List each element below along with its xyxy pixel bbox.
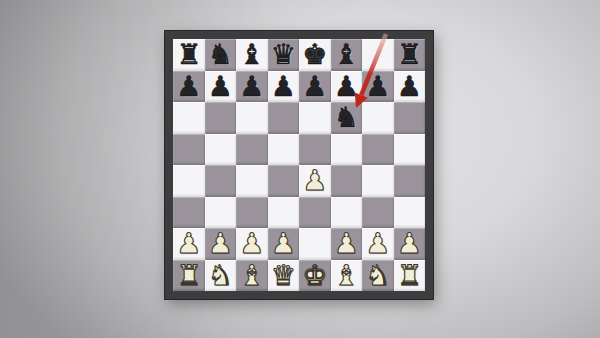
square-h6[interactable] [394, 102, 426, 134]
square-f5[interactable] [331, 134, 363, 166]
square-d3[interactable] [268, 197, 300, 229]
square-d8[interactable]: ♛ [268, 39, 300, 71]
square-f8[interactable]: ♝ [331, 39, 363, 71]
square-b7[interactable]: ♟ [205, 71, 237, 103]
square-c3[interactable] [236, 197, 268, 229]
square-b1[interactable]: ♞ [205, 260, 237, 292]
piece-white-pawn[interactable]: ♟ [394, 228, 426, 260]
square-b3[interactable] [205, 197, 237, 229]
square-d6[interactable] [268, 102, 300, 134]
piece-white-rook[interactable]: ♜ [173, 260, 205, 292]
piece-black-pawn[interactable]: ♟ [299, 71, 331, 103]
piece-black-knight[interactable]: ♞ [205, 39, 237, 71]
square-c5[interactable] [236, 134, 268, 166]
square-g8[interactable] [362, 39, 394, 71]
square-c1[interactable]: ♝ [236, 260, 268, 292]
square-b6[interactable] [205, 102, 237, 134]
piece-black-pawn[interactable]: ♟ [394, 71, 426, 103]
square-f7[interactable]: ♟ [331, 71, 363, 103]
square-h2[interactable]: ♟ [394, 228, 426, 260]
square-f3[interactable] [331, 197, 363, 229]
square-g3[interactable] [362, 197, 394, 229]
square-f1[interactable]: ♝ [331, 260, 363, 292]
piece-black-pawn[interactable]: ♟ [205, 71, 237, 103]
square-d1[interactable]: ♛ [268, 260, 300, 292]
square-c6[interactable] [236, 102, 268, 134]
square-a7[interactable]: ♟ [173, 71, 205, 103]
square-e2[interactable] [299, 228, 331, 260]
page-background: ♜♞♝♛♚♝♜♟♟♟♟♟♟♟♟♞♟♟♟♟♟♟♟♟♜♞♝♛♚♝♞♜ [0, 0, 600, 338]
piece-white-bishop[interactable]: ♝ [331, 260, 363, 292]
square-d5[interactable] [268, 134, 300, 166]
piece-black-bishop[interactable]: ♝ [236, 39, 268, 71]
board-frame: ♜♞♝♛♚♝♜♟♟♟♟♟♟♟♟♞♟♟♟♟♟♟♟♟♜♞♝♛♚♝♞♜ [165, 31, 433, 299]
square-f6[interactable]: ♞ [331, 102, 363, 134]
square-g1[interactable]: ♞ [362, 260, 394, 292]
piece-white-queen[interactable]: ♛ [268, 260, 300, 292]
square-a3[interactable] [173, 197, 205, 229]
square-g5[interactable] [362, 134, 394, 166]
square-a4[interactable] [173, 165, 205, 197]
square-a2[interactable]: ♟ [173, 228, 205, 260]
square-e7[interactable]: ♟ [299, 71, 331, 103]
square-d4[interactable] [268, 165, 300, 197]
square-a5[interactable] [173, 134, 205, 166]
square-h7[interactable]: ♟ [394, 71, 426, 103]
square-e3[interactable] [299, 197, 331, 229]
square-e8[interactable]: ♚ [299, 39, 331, 71]
square-a1[interactable]: ♜ [173, 260, 205, 292]
square-b4[interactable] [205, 165, 237, 197]
square-g7[interactable]: ♟ [362, 71, 394, 103]
square-b8[interactable]: ♞ [205, 39, 237, 71]
piece-white-pawn[interactable]: ♟ [236, 228, 268, 260]
square-b2[interactable]: ♟ [205, 228, 237, 260]
piece-white-bishop[interactable]: ♝ [236, 260, 268, 292]
square-e5[interactable] [299, 134, 331, 166]
piece-black-pawn[interactable]: ♟ [268, 71, 300, 103]
piece-black-bishop[interactable]: ♝ [331, 39, 363, 71]
square-c2[interactable]: ♟ [236, 228, 268, 260]
square-h4[interactable] [394, 165, 426, 197]
piece-black-pawn[interactable]: ♟ [236, 71, 268, 103]
piece-black-queen[interactable]: ♛ [268, 39, 300, 71]
square-f2[interactable]: ♟ [331, 228, 363, 260]
square-c7[interactable]: ♟ [236, 71, 268, 103]
square-h8[interactable]: ♜ [394, 39, 426, 71]
square-c8[interactable]: ♝ [236, 39, 268, 71]
square-g2[interactable]: ♟ [362, 228, 394, 260]
square-g6[interactable] [362, 102, 394, 134]
piece-black-pawn[interactable]: ♟ [362, 71, 394, 103]
square-e6[interactable] [299, 102, 331, 134]
square-f4[interactable] [331, 165, 363, 197]
square-d7[interactable]: ♟ [268, 71, 300, 103]
piece-white-knight[interactable]: ♞ [362, 260, 394, 292]
piece-white-rook[interactable]: ♜ [394, 260, 426, 292]
chess-board: ♜♞♝♛♚♝♜♟♟♟♟♟♟♟♟♞♟♟♟♟♟♟♟♟♜♞♝♛♚♝♞♜ [173, 39, 425, 291]
square-h5[interactable] [394, 134, 426, 166]
square-e4[interactable]: ♟ [299, 165, 331, 197]
piece-black-rook[interactable]: ♜ [394, 39, 426, 71]
square-b5[interactable] [205, 134, 237, 166]
square-h1[interactable]: ♜ [394, 260, 426, 292]
piece-white-pawn[interactable]: ♟ [268, 228, 300, 260]
piece-black-rook[interactable]: ♜ [173, 39, 205, 71]
square-d2[interactable]: ♟ [268, 228, 300, 260]
piece-white-pawn[interactable]: ♟ [173, 228, 205, 260]
piece-white-pawn[interactable]: ♟ [362, 228, 394, 260]
piece-white-king[interactable]: ♚ [299, 260, 331, 292]
square-a6[interactable] [173, 102, 205, 134]
piece-black-king[interactable]: ♚ [299, 39, 331, 71]
square-a8[interactable]: ♜ [173, 39, 205, 71]
square-c4[interactable] [236, 165, 268, 197]
piece-black-pawn[interactable]: ♟ [331, 71, 363, 103]
square-e1[interactable]: ♚ [299, 260, 331, 292]
piece-white-pawn[interactable]: ♟ [331, 228, 363, 260]
piece-white-knight[interactable]: ♞ [205, 260, 237, 292]
piece-black-pawn[interactable]: ♟ [173, 71, 205, 103]
piece-black-knight[interactable]: ♞ [331, 102, 363, 134]
piece-white-pawn[interactable]: ♟ [299, 165, 331, 197]
square-h3[interactable] [394, 197, 426, 229]
piece-white-pawn[interactable]: ♟ [205, 228, 237, 260]
square-g4[interactable] [362, 165, 394, 197]
